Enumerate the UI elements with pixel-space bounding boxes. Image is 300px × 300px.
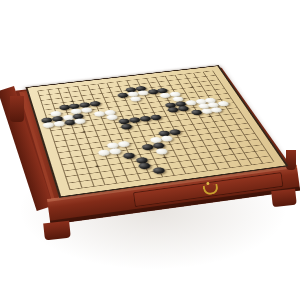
white-stone[interactable] bbox=[81, 107, 94, 113]
black-stone[interactable] bbox=[152, 167, 166, 175]
white-stone[interactable] bbox=[117, 141, 131, 148]
white-stone[interactable] bbox=[129, 96, 142, 102]
drawer-handle[interactable] bbox=[203, 184, 219, 196]
white-stone[interactable] bbox=[160, 135, 174, 142]
base-foot bbox=[286, 150, 296, 170]
white-stone[interactable] bbox=[108, 148, 122, 155]
black-stone[interactable] bbox=[89, 101, 102, 107]
go-table-scene bbox=[0, 0, 300, 300]
base-foot bbox=[43, 221, 71, 241]
black-stone[interactable] bbox=[168, 129, 182, 136]
black-stone[interactable] bbox=[138, 162, 152, 170]
white-stone[interactable] bbox=[105, 114, 118, 121]
go-board-grid[interactable] bbox=[37, 71, 273, 190]
white-stone[interactable] bbox=[74, 118, 87, 125]
black-stone[interactable] bbox=[122, 152, 136, 159]
black-stone[interactable] bbox=[120, 123, 133, 130]
black-stone[interactable] bbox=[149, 114, 162, 121]
base-foot bbox=[10, 96, 24, 122]
base-foot bbox=[271, 189, 297, 207]
white-stone[interactable] bbox=[155, 148, 169, 155]
